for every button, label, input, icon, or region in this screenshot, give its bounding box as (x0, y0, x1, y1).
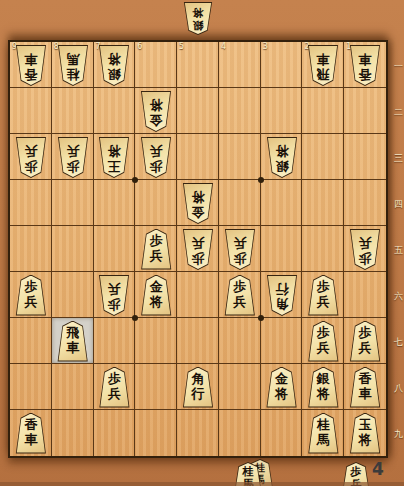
board-square-8e[interactable] (52, 226, 94, 272)
rank-label-5: 五 (393, 244, 404, 257)
piece-kanji: 歩兵 (224, 279, 256, 309)
piece-kanji: 歩兵 (98, 371, 130, 401)
piece-kanji: 歩兵 (140, 144, 172, 174)
board-square-6d[interactable] (135, 180, 177, 226)
board-square-4g[interactable] (219, 318, 261, 364)
star-point (132, 315, 138, 321)
board-square-5g[interactable] (177, 318, 219, 364)
shogi-piece-桂馬[interactable]: 桂馬 (307, 413, 339, 454)
piece-kanji: 桂馬 (57, 52, 89, 82)
piece-kanji: 歩兵 (307, 325, 339, 355)
board-square-8h[interactable] (52, 364, 94, 410)
shogi-piece-歩兵[interactable]: 歩兵 (224, 275, 256, 316)
board-square-6h[interactable] (135, 364, 177, 410)
piece-kanji: 歩兵 (307, 279, 339, 309)
piece-kanji: 桂馬 (307, 417, 339, 447)
shogi-piece-歩兵[interactable]: 歩兵 (140, 137, 172, 178)
shogi-piece-飛車[interactable]: 飛車 (307, 45, 339, 86)
shogi-board: 987654321 香車桂馬銀将飛車香車金将歩兵歩兵王将歩兵銀将金将歩兵歩兵歩兵… (8, 40, 388, 458)
piece-kanji: 銀将 (266, 144, 298, 174)
shogi-piece-桂馬[interactable]: 桂馬 (57, 45, 89, 86)
piece-kanji: 歩兵 (349, 325, 381, 355)
file-label-5: 5 (179, 42, 184, 51)
shogi-piece-香車[interactable]: 香車 (349, 45, 381, 86)
piece-kanji: 金将 (140, 98, 172, 128)
shogi-piece-香車[interactable]: 香車 (349, 367, 381, 408)
rank-label-1: 一 (393, 60, 404, 73)
board-square-2b[interactable] (302, 88, 344, 134)
piece-kanji: 歩兵 (98, 282, 130, 312)
shogi-piece-角行[interactable]: 角行 (182, 367, 214, 408)
board-square-9e[interactable] (10, 226, 52, 272)
shogi-piece-歩兵[interactable]: 歩兵 (349, 321, 381, 362)
piece-kanji: 金将 (266, 371, 298, 401)
board-square-7g[interactable] (94, 318, 136, 364)
piece-kanji: 王将 (98, 144, 130, 174)
piece-kanji: 銀将 (307, 371, 339, 401)
board-square-2d[interactable] (302, 180, 344, 226)
board-square-5b[interactable] (177, 88, 219, 134)
file-label-3: 3 (263, 42, 268, 51)
star-point (258, 177, 264, 183)
board-square-1f[interactable] (344, 272, 386, 318)
hand-count-歩兵: 4 (372, 459, 384, 479)
board-square-8i[interactable] (52, 410, 94, 456)
piece-kanji: 香車 (15, 417, 47, 447)
board-square-4c[interactable] (219, 134, 261, 180)
shogi-piece-香車[interactable]: 香車 (15, 45, 47, 86)
piece-kanji: 歩兵 (341, 465, 371, 486)
board-square-9g[interactable] (10, 318, 52, 364)
piece-kanji: 歩兵 (15, 279, 47, 309)
board-square-7e[interactable] (94, 226, 136, 272)
board-square-5f[interactable] (177, 272, 219, 318)
board-square-4h[interactable] (219, 364, 261, 410)
piece-kanji: 香車 (349, 52, 381, 82)
shogi-piece-歩兵[interactable]: 歩兵 (224, 229, 256, 270)
rank-label-6: 六 (393, 290, 404, 303)
piece-kanji: 銀将 (183, 6, 213, 32)
shogi-piece-飛車[interactable]: 飛車 (57, 321, 89, 362)
shogi-piece-玉将[interactable]: 玉将 (349, 413, 381, 454)
board-square-1b[interactable] (344, 88, 386, 134)
shogi-piece-銀将[interactable]: 銀将 (183, 2, 213, 35)
board-square-4b[interactable] (219, 88, 261, 134)
shogi-piece-銀将[interactable]: 銀将 (307, 367, 339, 408)
board-square-5i[interactable] (177, 410, 219, 456)
shogi-piece-歩兵[interactable]: 歩兵 (98, 275, 130, 316)
piece-kanji: 角行 (266, 282, 298, 312)
piece-kanji: 香車 (15, 52, 47, 82)
piece-kanji: 飛車 (57, 325, 89, 355)
piece-kanji: 飛車 (307, 52, 339, 82)
piece-kanji: 香車 (349, 371, 381, 401)
board-square-8d[interactable] (52, 180, 94, 226)
shogi-piece-歩兵[interactable]: 歩兵 (140, 229, 172, 270)
shogi-piece-香車[interactable]: 香車 (15, 413, 47, 454)
piece-kanji: 歩兵 (224, 236, 256, 266)
board-square-2e[interactable] (302, 226, 344, 272)
shogi-piece-歩兵[interactable]: 歩兵 (307, 321, 339, 362)
piece-kanji: 金将 (182, 190, 214, 220)
shogi-piece-歩兵[interactable]: 歩兵 (57, 137, 89, 178)
rank-label-7: 七 (393, 336, 404, 349)
piece-kanji: 歩兵 (182, 236, 214, 266)
shogi-piece-金将[interactable]: 金将 (182, 183, 214, 224)
board-square-8b[interactable] (52, 88, 94, 134)
piece-kanji: 歩兵 (15, 144, 47, 174)
board-square-7b[interactable] (94, 88, 136, 134)
board-square-9d[interactable] (10, 180, 52, 226)
shogi-piece-王将[interactable]: 王将 (98, 137, 130, 178)
board-square-2c[interactable] (302, 134, 344, 180)
shogi-app: 987654321 香車桂馬銀将飛車香車金将歩兵歩兵王将歩兵銀将金将歩兵歩兵歩兵… (0, 0, 404, 486)
star-point (258, 315, 264, 321)
piece-kanji: 金将 (140, 279, 172, 309)
board-square-3i[interactable] (261, 410, 303, 456)
board-square-3d[interactable] (261, 180, 303, 226)
board-square-8f[interactable] (52, 272, 94, 318)
rank-label-8: 八 (393, 382, 404, 395)
board-square-5c[interactable] (177, 134, 219, 180)
board-square-9b[interactable] (10, 88, 52, 134)
board-square-6g[interactable] (135, 318, 177, 364)
shogi-piece-桂馬[interactable]: 桂馬 (233, 462, 263, 486)
shogi-piece-歩兵[interactable]: 歩兵 (98, 367, 130, 408)
shogi-piece-歩兵[interactable]: 歩兵 (341, 462, 371, 486)
shogi-piece-金将[interactable]: 金将 (266, 367, 298, 408)
shogi-piece-歩兵[interactable]: 歩兵 (349, 229, 381, 270)
piece-kanji: 玉将 (349, 417, 381, 447)
shogi-piece-金将[interactable]: 金将 (140, 275, 172, 316)
board-square-4i[interactable] (219, 410, 261, 456)
shogi-piece-歩兵[interactable]: 歩兵 (15, 275, 47, 316)
piece-kanji: 角行 (182, 371, 214, 401)
rank-label-4: 四 (393, 198, 404, 211)
board-square-6i[interactable] (135, 410, 177, 456)
piece-kanji: 歩兵 (349, 236, 381, 266)
shogi-piece-歩兵[interactable]: 歩兵 (307, 275, 339, 316)
board-square-4d[interactable] (219, 180, 261, 226)
piece-kanji: 歩兵 (140, 233, 172, 263)
shogi-piece-銀将[interactable]: 銀将 (98, 45, 130, 86)
file-label-4: 4 (221, 42, 226, 51)
shogi-piece-金将[interactable]: 金将 (140, 91, 172, 132)
piece-kanji: 歩兵 (57, 144, 89, 174)
shogi-piece-銀将[interactable]: 銀将 (266, 137, 298, 178)
board-square-7d[interactable] (94, 180, 136, 226)
rank-label-2: 二 (393, 106, 404, 119)
board-square-1d[interactable] (344, 180, 386, 226)
board-square-3b[interactable] (261, 88, 303, 134)
piece-kanji: 桂馬 (233, 465, 263, 486)
board-square-9h[interactable] (10, 364, 52, 410)
shogi-piece-角行[interactable]: 角行 (266, 275, 298, 316)
shogi-piece-歩兵[interactable]: 歩兵 (182, 229, 214, 270)
piece-kanji: 銀将 (98, 52, 130, 82)
rank-label-3: 三 (393, 152, 404, 165)
rank-label-9: 九 (393, 428, 404, 441)
star-point (132, 177, 138, 183)
board-square-1c[interactable] (344, 134, 386, 180)
file-label-6: 6 (137, 42, 142, 51)
board-square-3g[interactable] (261, 318, 303, 364)
shogi-piece-歩兵[interactable]: 歩兵 (15, 137, 47, 178)
board-square-7i[interactable] (94, 410, 136, 456)
board-square-3e[interactable] (261, 226, 303, 272)
